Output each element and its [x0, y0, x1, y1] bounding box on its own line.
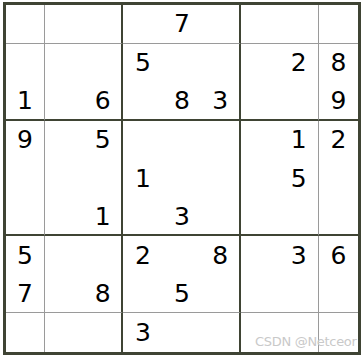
cell-r8c8: [280, 275, 319, 314]
cell-r8c9: [319, 275, 358, 314]
watermark: CSDN @Netceor: [255, 334, 357, 349]
cell-r3c3: 6: [84, 82, 123, 121]
cell-r9c6: [202, 313, 241, 352]
cell-r3c1: 1: [6, 82, 45, 121]
cell-r5c1: [6, 159, 45, 198]
cell-r2c2: [45, 44, 84, 83]
cell-r1c6: [202, 5, 241, 44]
cell-r4c1: 9: [6, 121, 45, 160]
cell-r5c7: [241, 159, 280, 198]
cell-r2c3: [84, 44, 123, 83]
cell-r9c1: [6, 313, 45, 352]
cell-r2c6: [202, 44, 241, 83]
cell-r1c9: [319, 5, 358, 44]
cell-r7c1: 5: [6, 236, 45, 275]
cell-r3c9: 9: [319, 82, 358, 121]
cell-r5c8: 5: [280, 159, 319, 198]
cell-r7c4: 2: [123, 236, 162, 275]
cell-r1c1: [6, 5, 45, 44]
cell-r4c5: [162, 121, 201, 160]
cell-r6c5: 3: [162, 198, 201, 237]
cell-r7c7: [241, 236, 280, 275]
cell-r3c5: 8: [162, 82, 201, 121]
cell-r7c6: 8: [202, 236, 241, 275]
cell-r5c2: [45, 159, 84, 198]
cell-r8c5: 5: [162, 275, 201, 314]
sudoku-diagram: 75281683995121513528367853 CSDN @Netceor: [0, 0, 364, 361]
cell-r7c3: [84, 236, 123, 275]
cell-r3c4: [123, 82, 162, 121]
cell-r4c2: [45, 121, 84, 160]
cell-r2c1: [6, 44, 45, 83]
cell-r5c9: [319, 159, 358, 198]
cell-r3c8: [280, 82, 319, 121]
cell-r1c8: [280, 5, 319, 44]
cell-r9c2: [45, 313, 84, 352]
cell-r9c5: [162, 313, 201, 352]
cell-r6c7: [241, 198, 280, 237]
cell-r7c5: [162, 236, 201, 275]
cell-r4c4: [123, 121, 162, 160]
cell-r6c8: [280, 198, 319, 237]
cell-r6c6: [202, 198, 241, 237]
cell-r2c4: 5: [123, 44, 162, 83]
cell-r8c6: [202, 275, 241, 314]
cell-r1c5: 7: [162, 5, 201, 44]
cell-r6c2: [45, 198, 84, 237]
cell-r8c2: [45, 275, 84, 314]
cell-r1c7: [241, 5, 280, 44]
cell-r4c3: 5: [84, 121, 123, 160]
cell-r1c3: [84, 5, 123, 44]
cell-r8c1: 7: [6, 275, 45, 314]
cell-r7c8: 3: [280, 236, 319, 275]
cell-r3c2: [45, 82, 84, 121]
cell-r2c8: 2: [280, 44, 319, 83]
cell-r3c7: [241, 82, 280, 121]
cell-r4c8: 1: [280, 121, 319, 160]
cell-r5c5: [162, 159, 201, 198]
cell-r9c3: [84, 313, 123, 352]
cell-r8c3: 8: [84, 275, 123, 314]
cell-r7c9: 6: [319, 236, 358, 275]
cell-r4c9: 2: [319, 121, 358, 160]
cell-r2c5: [162, 44, 201, 83]
cell-r5c3: [84, 159, 123, 198]
cell-r2c7: [241, 44, 280, 83]
cell-r6c3: 1: [84, 198, 123, 237]
cell-r7c2: [45, 236, 84, 275]
cell-r3c6: 3: [202, 82, 241, 121]
cell-r5c4: 1: [123, 159, 162, 198]
cell-r4c7: [241, 121, 280, 160]
cell-r8c7: [241, 275, 280, 314]
cell-r9c4: 3: [123, 313, 162, 352]
sudoku-board: 75281683995121513528367853: [3, 2, 361, 355]
cell-r4c6: [202, 121, 241, 160]
cell-r1c2: [45, 5, 84, 44]
cell-r1c4: [123, 5, 162, 44]
cell-r8c4: [123, 275, 162, 314]
cell-r6c4: [123, 198, 162, 237]
cell-r5c6: [202, 159, 241, 198]
cell-r6c9: [319, 198, 358, 237]
cell-r6c1: [6, 198, 45, 237]
cell-r2c9: 8: [319, 44, 358, 83]
